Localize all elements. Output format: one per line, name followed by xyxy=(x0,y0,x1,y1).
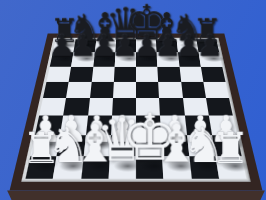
square-h1[interactable]: ♜ xyxy=(215,156,246,179)
square-d6[interactable] xyxy=(114,66,136,81)
square-h7[interactable]: ♟ xyxy=(198,52,222,66)
board-front-edge xyxy=(7,190,265,200)
square-c6[interactable] xyxy=(91,66,114,81)
board-squares: ♜♞♝♛♚♝♞♜♟♟♟♟♟♟♟♟♟♟♟♟♟♟♟♟♜♞♝♛♚♝♞♜ xyxy=(25,39,246,179)
square-d5[interactable] xyxy=(113,82,136,98)
chess-scene: ♜♞♝♛♚♝♞♜♟♟♟♟♟♟♟♟♟♟♟♟♟♟♟♟♜♞♝♛♚♝♞♜ xyxy=(0,0,266,200)
square-h6[interactable] xyxy=(201,66,226,81)
square-a6[interactable] xyxy=(47,66,72,81)
square-a5[interactable] xyxy=(43,82,69,98)
square-g6[interactable] xyxy=(179,66,203,81)
square-f5[interactable] xyxy=(158,82,182,98)
square-h5[interactable] xyxy=(203,82,229,98)
square-c5[interactable] xyxy=(90,82,114,98)
square-e6[interactable] xyxy=(136,66,158,81)
square-b5[interactable] xyxy=(66,82,91,98)
square-e5[interactable] xyxy=(136,82,159,98)
square-b6[interactable] xyxy=(69,66,93,81)
chess-board: ♜♞♝♛♚♝♞♜♟♟♟♟♟♟♟♟♟♟♟♟♟♟♟♟♜♞♝♛♚♝♞♜ xyxy=(10,33,263,190)
square-f6[interactable] xyxy=(158,66,181,81)
black-pawn[interactable]: ♟ xyxy=(197,31,224,61)
white-rook[interactable]: ♜ xyxy=(212,126,251,169)
board-frame: ♜♞♝♛♚♝♞♜♟♟♟♟♟♟♟♟♟♟♟♟♟♟♟♟♜♞♝♛♚♝♞♜ xyxy=(10,33,263,190)
square-g5[interactable] xyxy=(181,82,206,98)
